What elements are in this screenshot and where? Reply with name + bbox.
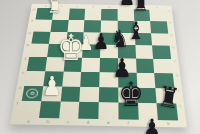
piece-black-rook-h1: ♜ xyxy=(157,82,182,114)
piece-black-pawn-e6: ♟ xyxy=(93,31,110,53)
piece-white-pawn-b2: ♟ xyxy=(42,73,62,99)
piece-white-king-c5: ♚ xyxy=(57,30,84,66)
piece-white-rook-b8: ♜ xyxy=(47,0,63,17)
captured-black-bottom: ♟ xyxy=(143,116,161,134)
pieces-layer: ♜♜♟♟♞♝♚♟♟♚♜♟♟ xyxy=(0,0,200,134)
captured-black-top: ♟ xyxy=(119,0,136,9)
piece-black-king-f1: ♚ xyxy=(118,77,144,111)
photo-stage: ✿ abcdefgh abcdefgh 87654321 87654321 ♜♜… xyxy=(0,0,200,134)
piece-black-bishop-g6: ♝ xyxy=(127,19,145,43)
